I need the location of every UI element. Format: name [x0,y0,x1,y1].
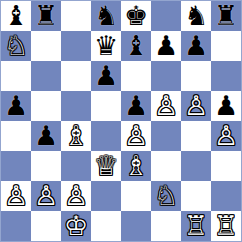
white-rook-piece[interactable]: ♖ [184,212,208,239]
square-a4[interactable] [1,121,31,151]
square-a7[interactable]: ♘ [1,31,31,61]
black-pawn-piece[interactable]: ♟ [214,92,238,119]
black-pawn-piece[interactable]: ♟ [34,122,58,149]
square-d8[interactable]: ♞ [91,1,121,31]
square-h7[interactable] [211,31,241,61]
square-b7[interactable] [31,31,61,61]
square-e1[interactable] [121,211,151,241]
square-d6[interactable]: ♟ [91,61,121,91]
square-h6[interactable] [211,61,241,91]
white-pawn-piece[interactable]: ♙ [124,122,148,149]
square-g2[interactable] [181,181,211,211]
black-knight-piece[interactable]: ♞ [184,2,208,29]
square-f7[interactable]: ♟ [151,31,181,61]
square-f5[interactable]: ♙ [151,91,181,121]
white-knight-piece[interactable]: ♘ [154,182,178,209]
black-pawn-piece[interactable]: ♟ [154,32,178,59]
square-a8[interactable]: ♝ [1,1,31,31]
square-h2[interactable] [211,181,241,211]
black-rook-piece[interactable]: ♜ [34,2,58,29]
white-pawn-piece[interactable]: ♙ [64,182,88,209]
square-c7[interactable] [61,31,91,61]
square-a1[interactable] [1,211,31,241]
black-bishop-piece[interactable]: ♝ [4,2,28,29]
square-a6[interactable] [1,61,31,91]
square-b2[interactable]: ♙ [31,181,61,211]
black-queen-piece[interactable]: ♛ [94,32,118,59]
white-pawn-piece[interactable]: ♙ [34,182,58,209]
square-b6[interactable] [31,61,61,91]
square-a3[interactable] [1,151,31,181]
black-bishop-piece[interactable]: ♝ [124,32,148,59]
white-pawn-piece[interactable]: ♙ [214,122,238,149]
square-h4[interactable]: ♙ [211,121,241,151]
black-pawn-piece[interactable]: ♟ [124,92,148,119]
square-b1[interactable] [31,211,61,241]
white-king-piece[interactable]: ♔ [64,212,88,239]
square-h8[interactable]: ♜ [211,1,241,31]
square-e5[interactable]: ♟ [121,91,151,121]
square-f4[interactable] [151,121,181,151]
square-c3[interactable] [61,151,91,181]
white-pawn-piece[interactable]: ♙ [184,92,208,119]
square-f1[interactable] [151,211,181,241]
square-f2[interactable]: ♘ [151,181,181,211]
square-d7[interactable]: ♛ [91,31,121,61]
square-c4[interactable]: ♗ [61,121,91,151]
square-c8[interactable] [61,1,91,31]
white-bishop-piece[interactable]: ♗ [64,122,88,149]
square-e8[interactable]: ♚ [121,1,151,31]
square-f8[interactable] [151,1,181,31]
square-c6[interactable] [61,61,91,91]
chess-board: ♝♜♞♚♞♜♘♛♝♟♟♟♟♟♙♙♟♟♗♙♙♕♗♙♙♙♘♔♖♖ [0,0,242,242]
white-knight-piece[interactable]: ♘ [4,32,28,59]
square-g4[interactable] [181,121,211,151]
square-b4[interactable]: ♟ [31,121,61,151]
white-rook-piece[interactable]: ♖ [214,212,238,239]
square-e7[interactable]: ♝ [121,31,151,61]
square-d1[interactable] [91,211,121,241]
square-c2[interactable]: ♙ [61,181,91,211]
square-g8[interactable]: ♞ [181,1,211,31]
square-d5[interactable] [91,91,121,121]
square-h5[interactable]: ♟ [211,91,241,121]
black-pawn-piece[interactable]: ♟ [4,92,28,119]
square-b8[interactable]: ♜ [31,1,61,31]
square-e4[interactable]: ♙ [121,121,151,151]
square-e3[interactable]: ♗ [121,151,151,181]
square-d2[interactable] [91,181,121,211]
square-g1[interactable]: ♖ [181,211,211,241]
square-f6[interactable] [151,61,181,91]
white-bishop-piece[interactable]: ♗ [124,152,148,179]
square-d4[interactable] [91,121,121,151]
square-g5[interactable]: ♙ [181,91,211,121]
white-pawn-piece[interactable]: ♙ [4,182,28,209]
square-e2[interactable] [121,181,151,211]
square-g7[interactable]: ♟ [181,31,211,61]
black-pawn-piece[interactable]: ♟ [184,32,208,59]
square-c5[interactable] [61,91,91,121]
square-a2[interactable]: ♙ [1,181,31,211]
square-e6[interactable] [121,61,151,91]
black-rook-piece[interactable]: ♜ [214,2,238,29]
white-queen-piece[interactable]: ♕ [94,152,118,179]
square-c1[interactable]: ♔ [61,211,91,241]
square-d3[interactable]: ♕ [91,151,121,181]
square-g6[interactable] [181,61,211,91]
white-pawn-piece[interactable]: ♙ [154,92,178,119]
square-g3[interactable] [181,151,211,181]
square-f3[interactable] [151,151,181,181]
square-b3[interactable] [31,151,61,181]
black-king-piece[interactable]: ♚ [124,2,148,29]
black-knight-piece[interactable]: ♞ [94,2,118,29]
square-a5[interactable]: ♟ [1,91,31,121]
square-h1[interactable]: ♖ [211,211,241,241]
square-b5[interactable] [31,91,61,121]
black-pawn-piece[interactable]: ♟ [94,62,118,89]
square-h3[interactable] [211,151,241,181]
